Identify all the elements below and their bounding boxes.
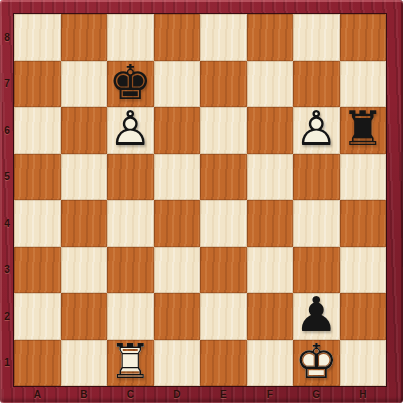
piece-white-rook[interactable]: ♜♖ <box>107 340 154 387</box>
rank-label-6: 6 <box>0 107 14 154</box>
square-g5[interactable] <box>293 154 340 201</box>
square-a6[interactable] <box>14 107 61 154</box>
square-h5[interactable] <box>340 154 387 201</box>
square-f1[interactable] <box>247 340 294 387</box>
rank-label-8: 8 <box>0 14 14 61</box>
square-b6[interactable] <box>61 107 108 154</box>
square-e8[interactable] <box>200 14 247 61</box>
file-label-h: H <box>340 386 387 403</box>
square-d7[interactable] <box>154 61 201 108</box>
file-label-b: B <box>61 386 108 403</box>
square-g4[interactable] <box>293 200 340 247</box>
square-h8[interactable] <box>340 14 387 61</box>
square-h1[interactable] <box>340 340 387 387</box>
king-outline-glyph: ♔ <box>295 337 338 385</box>
square-f3[interactable] <box>247 247 294 294</box>
square-g6[interactable]: ♟♙ <box>293 107 340 154</box>
square-h3[interactable] <box>340 247 387 294</box>
square-b1[interactable] <box>61 340 108 387</box>
rank-label-2: 2 <box>0 293 14 340</box>
square-b5[interactable] <box>61 154 108 201</box>
square-e7[interactable] <box>200 61 247 108</box>
square-c1[interactable]: ♜♖ <box>107 340 154 387</box>
piece-white-pawn[interactable]: ♟♙ <box>107 107 154 154</box>
square-f6[interactable] <box>247 107 294 154</box>
square-d8[interactable] <box>154 14 201 61</box>
square-a3[interactable] <box>14 247 61 294</box>
square-f5[interactable] <box>247 154 294 201</box>
rank-labels: 87654321 <box>0 14 14 386</box>
square-d3[interactable] <box>154 247 201 294</box>
pawn-outline-glyph: ♙ <box>295 104 338 152</box>
file-label-f: F <box>247 386 294 403</box>
file-label-a: A <box>14 386 61 403</box>
square-e5[interactable] <box>200 154 247 201</box>
square-b2[interactable] <box>61 293 108 340</box>
square-b3[interactable] <box>61 247 108 294</box>
rank-label-3: 3 <box>0 247 14 294</box>
square-f8[interactable] <box>247 14 294 61</box>
square-d1[interactable] <box>154 340 201 387</box>
square-g8[interactable] <box>293 14 340 61</box>
square-a2[interactable] <box>14 293 61 340</box>
pawn-solid-glyph: ♟ <box>295 290 338 338</box>
square-c6[interactable]: ♟♙ <box>107 107 154 154</box>
square-h6[interactable]: ♜ <box>340 107 387 154</box>
file-label-d: D <box>154 386 201 403</box>
rank-label-5: 5 <box>0 154 14 201</box>
square-e6[interactable] <box>200 107 247 154</box>
square-g1[interactable]: ♚♔ <box>293 340 340 387</box>
square-c5[interactable] <box>107 154 154 201</box>
square-f2[interactable] <box>247 293 294 340</box>
rook-outline-glyph: ♖ <box>109 337 152 385</box>
square-d2[interactable] <box>154 293 201 340</box>
square-b7[interactable] <box>61 61 108 108</box>
pawn-outline-glyph: ♙ <box>109 104 152 152</box>
square-h2[interactable] <box>340 293 387 340</box>
square-b8[interactable] <box>61 14 108 61</box>
square-e2[interactable] <box>200 293 247 340</box>
rank-label-7: 7 <box>0 61 14 108</box>
rank-label-1: 1 <box>0 340 14 387</box>
piece-white-pawn[interactable]: ♟♙ <box>293 107 340 154</box>
square-f4[interactable] <box>247 200 294 247</box>
chess-board: ♚♟♙♟♙♜♟♜♖♚♔ <box>14 14 386 386</box>
square-a7[interactable] <box>14 61 61 108</box>
rank-label-4: 4 <box>0 200 14 247</box>
square-a5[interactable] <box>14 154 61 201</box>
square-c3[interactable] <box>107 247 154 294</box>
square-a8[interactable] <box>14 14 61 61</box>
piece-white-king[interactable]: ♚♔ <box>293 340 340 387</box>
square-a4[interactable] <box>14 200 61 247</box>
square-b4[interactable] <box>61 200 108 247</box>
chessboard-frame: 87654321 ABCDEFGH ♚♟♙♟♙♜♟♜♖♚♔ <box>0 0 403 403</box>
king-solid-glyph: ♚ <box>109 58 152 106</box>
piece-black-rook[interactable]: ♜ <box>340 107 387 154</box>
square-e3[interactable] <box>200 247 247 294</box>
square-d4[interactable] <box>154 200 201 247</box>
square-d6[interactable] <box>154 107 201 154</box>
square-h4[interactable] <box>340 200 387 247</box>
rook-solid-glyph: ♜ <box>341 104 384 152</box>
square-d5[interactable] <box>154 154 201 201</box>
square-a1[interactable] <box>14 340 61 387</box>
file-label-e: E <box>200 386 247 403</box>
square-e4[interactable] <box>200 200 247 247</box>
square-c4[interactable] <box>107 200 154 247</box>
square-e1[interactable] <box>200 340 247 387</box>
square-f7[interactable] <box>247 61 294 108</box>
